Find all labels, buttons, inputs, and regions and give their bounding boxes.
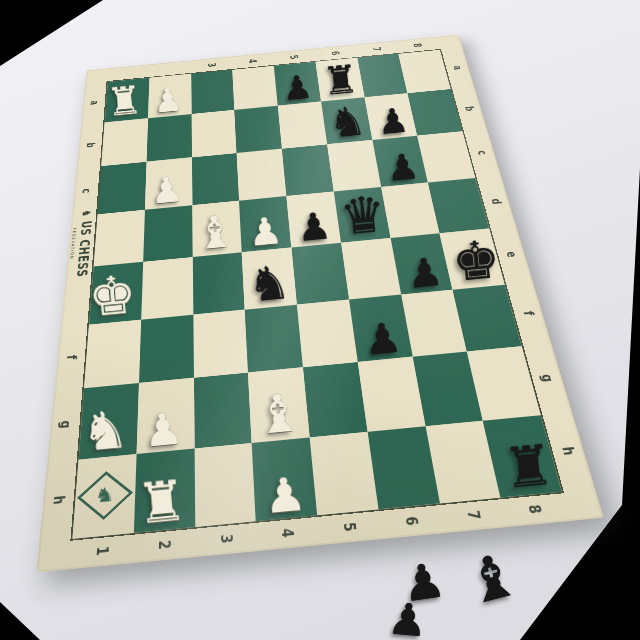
square-b3[interactable] — [191, 110, 237, 158]
square-h6[interactable] — [367, 426, 439, 509]
square-f4[interactable] — [245, 304, 303, 372]
square-a4[interactable] — [232, 66, 277, 110]
piece-white-rook-h2[interactable]: ♜ — [134, 472, 189, 532]
square-a8[interactable] — [398, 50, 450, 93]
square-d4[interactable]: ♟ — [239, 196, 291, 252]
square-h4[interactable]: ♟ — [252, 437, 317, 521]
square-h2[interactable]: ♜ — [134, 448, 195, 533]
piece-black-pawn-e7[interactable]: ♟ — [405, 251, 445, 294]
piece-white-bishop-d3[interactable]: ♝ — [193, 209, 237, 257]
square-f3[interactable] — [193, 309, 248, 377]
piece-black-pawn-d5[interactable]: ♟ — [296, 206, 334, 246]
piece-black-knight-e4[interactable]: ♞ — [245, 258, 292, 309]
piece-white-pawn-d4[interactable]: ♟ — [246, 211, 283, 251]
square-d5[interactable]: ♟ — [286, 191, 340, 247]
square-a6[interactable]: ♜ — [315, 58, 364, 102]
piece-black-rook-h8[interactable]: ♜ — [500, 437, 556, 497]
piece-black-king-e8[interactable]: ♚ — [449, 232, 502, 289]
square-g3[interactable] — [194, 372, 252, 448]
square-g1[interactable]: ♞ — [79, 383, 139, 459]
square-c5[interactable] — [282, 144, 334, 195]
square-b6[interactable]: ♞ — [321, 97, 372, 144]
square-c2[interactable]: ♟ — [145, 157, 192, 209]
piece-white-pawn-c2[interactable]: ♟ — [149, 170, 185, 209]
piece-black-queen-d6[interactable]: ♛ — [338, 189, 388, 243]
square-b2[interactable] — [146, 114, 191, 162]
square-f5[interactable] — [297, 299, 358, 367]
square-h5[interactable] — [310, 432, 379, 516]
square-b4[interactable] — [234, 106, 281, 154]
square-d3[interactable]: ♝ — [192, 200, 242, 257]
square-a5[interactable]: ♟ — [274, 62, 321, 106]
square-d8[interactable] — [428, 178, 489, 234]
piece-white-pawn-h4[interactable]: ♟ — [261, 470, 307, 521]
square-e3[interactable] — [192, 252, 244, 314]
square-b8[interactable] — [407, 89, 462, 136]
square-g2[interactable]: ♟ — [136, 378, 194, 454]
piece-white-pawn-g2[interactable]: ♟ — [142, 405, 185, 453]
square-a1[interactable]: ♜ — [105, 78, 150, 122]
square-f1[interactable] — [84, 319, 141, 388]
piece-black-pawn-f6[interactable]: ♟ — [362, 316, 404, 361]
square-c3[interactable] — [192, 153, 240, 205]
piece-black-pawn-b7[interactable]: ♟ — [376, 103, 410, 140]
square-b5[interactable] — [278, 101, 327, 148]
piece-black-pawn-c7[interactable]: ♟ — [385, 148, 421, 186]
piece-white-pawn-a2[interactable]: ♟ — [152, 82, 185, 117]
square-d6[interactable]: ♛ — [334, 187, 391, 243]
square-g5[interactable] — [303, 362, 367, 437]
photo-scene: 345678 12345678 abcfgh abcdefgh ♞ US CHE… — [0, 0, 640, 640]
square-g7[interactable] — [412, 351, 483, 426]
uschess-shield-icon: ♞ — [79, 209, 93, 218]
square-d1[interactable] — [94, 209, 145, 266]
square-c1[interactable] — [98, 162, 147, 214]
piece-black-pawn-a5[interactable]: ♟ — [281, 70, 314, 105]
uschess-corner-logo-icon: ♞ — [77, 471, 133, 520]
square-h1[interactable]: ♞ — [72, 454, 136, 539]
square-g4[interactable]: ♝ — [248, 367, 309, 442]
square-h7[interactable] — [425, 420, 501, 503]
square-a2[interactable]: ♟ — [148, 74, 191, 118]
piece-white-knight-g1[interactable]: ♞ — [80, 402, 131, 459]
square-e1[interactable]: ♚ — [89, 262, 143, 325]
square-d2[interactable] — [143, 205, 192, 262]
square-f2[interactable] — [139, 314, 194, 383]
piece-white-bishop-g4[interactable]: ♝ — [252, 386, 304, 443]
square-c8[interactable] — [417, 131, 475, 182]
square-e4[interactable]: ♞ — [242, 247, 297, 309]
square-e5[interactable] — [291, 243, 348, 305]
square-e2[interactable] — [141, 257, 193, 319]
square-h8[interactable]: ♜ — [483, 415, 562, 498]
piece-black-rook-a6[interactable]: ♜ — [321, 59, 360, 101]
piece-black-knight-b6[interactable]: ♞ — [327, 100, 368, 144]
square-a3[interactable] — [191, 70, 235, 114]
piece-white-king-e1[interactable]: ♚ — [87, 267, 139, 324]
square-h3[interactable] — [194, 443, 256, 527]
square-c4[interactable] — [237, 149, 287, 201]
square-b1[interactable] — [101, 118, 148, 166]
piece-white-rook-a1[interactable]: ♜ — [105, 80, 144, 122]
